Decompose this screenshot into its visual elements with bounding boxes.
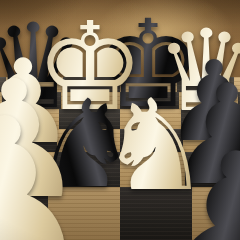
chess-scene: ♛♚♚♛♟♟♞♞♟♟♟♟ (0, 0, 240, 240)
piece-white-pawn-near[interactable]: ♟ (0, 92, 95, 240)
piece-black-pawn-near[interactable]: ♟ (151, 129, 240, 240)
pieces-layer: ♛♚♚♛♟♟♞♞♟♟♟♟ (0, 0, 240, 240)
